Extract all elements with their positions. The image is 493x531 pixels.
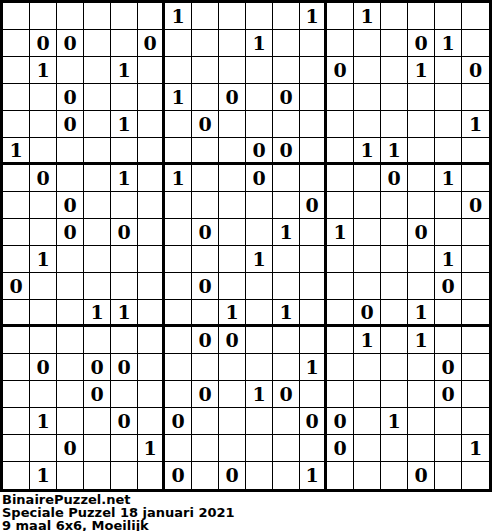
cell-r10c10-empty[interactable] xyxy=(273,273,300,300)
cell-r7c0-empty[interactable] xyxy=(3,192,30,219)
cell-r11c3-given: 1 xyxy=(84,300,111,327)
cell-r1c13-empty[interactable] xyxy=(354,30,381,57)
cell-r0c1-empty[interactable] xyxy=(30,3,57,30)
cell-r10c1-empty[interactable] xyxy=(30,273,57,300)
cell-r13c0-empty[interactable] xyxy=(3,354,30,381)
cell-r12c1-empty[interactable] xyxy=(30,327,57,354)
cell-r10c11-empty[interactable] xyxy=(300,273,327,300)
cell-r14c14-empty[interactable] xyxy=(381,381,408,408)
cell-r16c16-empty[interactable] xyxy=(435,435,462,462)
cell-r16c2-given: 0 xyxy=(57,435,84,462)
cell-r15c9-empty[interactable] xyxy=(246,408,273,435)
cell-r14c5-empty[interactable] xyxy=(138,381,165,408)
cell-r1c11-empty[interactable] xyxy=(300,30,327,57)
cell-r15c15-empty[interactable] xyxy=(408,408,435,435)
cell-r1c9-given: 1 xyxy=(246,30,273,57)
cell-r13c8-empty[interactable] xyxy=(219,354,246,381)
cell-r5c1-empty[interactable] xyxy=(30,138,57,165)
cell-r9c15-empty[interactable] xyxy=(408,246,435,273)
cell-r3c12-empty[interactable] xyxy=(327,84,354,111)
cell-r8c9-empty[interactable] xyxy=(246,219,273,246)
cell-r7c10-empty[interactable] xyxy=(273,192,300,219)
cell-r7c12-empty[interactable] xyxy=(327,192,354,219)
cell-r9c0-empty[interactable] xyxy=(3,246,30,273)
cell-r11c16-empty[interactable] xyxy=(435,300,462,327)
cell-r9c13-empty[interactable] xyxy=(354,246,381,273)
cell-r11c12-empty[interactable] xyxy=(327,300,354,327)
cell-r7c4-empty[interactable] xyxy=(111,192,138,219)
cell-r17c17-empty[interactable] xyxy=(462,462,489,489)
cell-r6c0-empty[interactable] xyxy=(3,165,30,192)
cell-r7c9-empty[interactable] xyxy=(246,192,273,219)
cell-r14c11-empty[interactable] xyxy=(300,381,327,408)
cell-r13c3-given: 0 xyxy=(84,354,111,381)
cell-r11c0-empty[interactable] xyxy=(3,300,30,327)
cell-r17c15-given: 0 xyxy=(408,462,435,489)
cell-r17c9-empty[interactable] xyxy=(246,462,273,489)
cell-r11c7-empty[interactable] xyxy=(192,300,219,327)
cell-r5c16-empty[interactable] xyxy=(435,138,462,165)
cell-r16c13-empty[interactable] xyxy=(354,435,381,462)
cell-r10c12-empty[interactable] xyxy=(327,273,354,300)
cell-r5c6-empty[interactable] xyxy=(165,138,192,165)
cell-r11c2-empty[interactable] xyxy=(57,300,84,327)
cell-r16c6-empty[interactable] xyxy=(165,435,192,462)
cell-r13c17-empty[interactable] xyxy=(462,354,489,381)
cell-r13c14-empty[interactable] xyxy=(381,354,408,381)
cell-r5c7-empty[interactable] xyxy=(192,138,219,165)
cell-r6c3-empty[interactable] xyxy=(84,165,111,192)
cell-r5c5-empty[interactable] xyxy=(138,138,165,165)
cell-r8c2-given: 0 xyxy=(57,219,84,246)
cell-r8c14-empty[interactable] xyxy=(381,219,408,246)
cell-r4c11-empty[interactable] xyxy=(300,111,327,138)
cell-r0c4-empty[interactable] xyxy=(111,3,138,30)
cell-r15c16-empty[interactable] xyxy=(435,408,462,435)
cell-r14c16-given: 0 xyxy=(435,381,462,408)
cell-r17c14-empty[interactable] xyxy=(381,462,408,489)
cell-r16c9-empty[interactable] xyxy=(246,435,273,462)
cell-r17c11-given: 1 xyxy=(300,462,327,489)
cell-r11c15-given: 1 xyxy=(408,300,435,327)
cell-r16c5-given: 1 xyxy=(138,435,165,462)
cell-r17c10-empty[interactable] xyxy=(273,462,300,489)
cell-r14c1-empty[interactable] xyxy=(30,381,57,408)
cell-r16c3-empty[interactable] xyxy=(84,435,111,462)
cell-r3c14-empty[interactable] xyxy=(381,84,408,111)
cell-r10c4-empty[interactable] xyxy=(111,273,138,300)
cell-r3c2-given: 0 xyxy=(57,84,84,111)
cell-r8c17-empty[interactable] xyxy=(462,219,489,246)
cell-r14c12-empty[interactable] xyxy=(327,381,354,408)
cell-r16c0-empty[interactable] xyxy=(3,435,30,462)
cell-r1c12-empty[interactable] xyxy=(327,30,354,57)
cell-r8c8-empty[interactable] xyxy=(219,219,246,246)
cell-r0c15-empty[interactable] xyxy=(408,3,435,30)
cell-r14c2-empty[interactable] xyxy=(57,381,84,408)
cell-r15c11-given: 0 xyxy=(300,408,327,435)
cell-r4c1-empty[interactable] xyxy=(30,111,57,138)
cell-r9c16-given: 1 xyxy=(435,246,462,273)
cell-r6c14-given: 0 xyxy=(381,165,408,192)
cell-r12c14-empty[interactable] xyxy=(381,327,408,354)
cell-r10c15-empty[interactable] xyxy=(408,273,435,300)
cell-r7c15-empty[interactable] xyxy=(408,192,435,219)
cell-r2c7-empty[interactable] xyxy=(192,57,219,84)
cell-r7c14-empty[interactable] xyxy=(381,192,408,219)
cell-r5c8-empty[interactable] xyxy=(219,138,246,165)
cell-r15c5-empty[interactable] xyxy=(138,408,165,435)
cell-r2c10-empty[interactable] xyxy=(273,57,300,84)
cell-r11c17-empty[interactable] xyxy=(462,300,489,327)
puzzle-caption: BinairePuzzel.net Speciale Puzzel 18 jan… xyxy=(2,493,493,531)
cell-r6c13-empty[interactable] xyxy=(354,165,381,192)
cell-r7c2-given: 0 xyxy=(57,192,84,219)
cell-r12c5-empty[interactable] xyxy=(138,327,165,354)
cell-r13c2-empty[interactable] xyxy=(57,354,84,381)
cell-r1c2-given: 0 xyxy=(57,30,84,57)
cell-r15c4-given: 0 xyxy=(111,408,138,435)
cell-r14c4-empty[interactable] xyxy=(111,381,138,408)
cell-r7c1-empty[interactable] xyxy=(30,192,57,219)
cell-r3c16-empty[interactable] xyxy=(435,84,462,111)
cell-r16c10-empty[interactable] xyxy=(273,435,300,462)
cell-r17c3-empty[interactable] xyxy=(84,462,111,489)
cell-r1c17-empty[interactable] xyxy=(462,30,489,57)
cell-r11c13-given: 0 xyxy=(354,300,381,327)
cell-r4c0-empty[interactable] xyxy=(3,111,30,138)
cell-r0c7-empty[interactable] xyxy=(192,3,219,30)
cell-r14c0-empty[interactable] xyxy=(3,381,30,408)
cell-r5c2-empty[interactable] xyxy=(57,138,84,165)
cell-r16c4-empty[interactable] xyxy=(111,435,138,462)
cell-r0c14-empty[interactable] xyxy=(381,3,408,30)
cell-r12c17-empty[interactable] xyxy=(462,327,489,354)
cell-r9c5-empty[interactable] xyxy=(138,246,165,273)
cell-r3c8-given: 0 xyxy=(219,84,246,111)
cell-r15c10-empty[interactable] xyxy=(273,408,300,435)
cell-r4c15-empty[interactable] xyxy=(408,111,435,138)
cell-r16c7-empty[interactable] xyxy=(192,435,219,462)
cell-r3c5-empty[interactable] xyxy=(138,84,165,111)
cell-r14c15-empty[interactable] xyxy=(408,381,435,408)
cell-r10c5-empty[interactable] xyxy=(138,273,165,300)
cell-r9c3-empty[interactable] xyxy=(84,246,111,273)
cell-r12c8-given: 0 xyxy=(219,327,246,354)
cell-r16c15-empty[interactable] xyxy=(408,435,435,462)
cell-r2c15-given: 1 xyxy=(408,57,435,84)
cell-r6c6-given: 1 xyxy=(165,165,192,192)
cell-r4c2-given: 0 xyxy=(57,111,84,138)
cell-r11c14-empty[interactable] xyxy=(381,300,408,327)
cell-r10c6-empty[interactable] xyxy=(165,273,192,300)
cell-r1c5-given: 0 xyxy=(138,30,165,57)
cell-r6c7-empty[interactable] xyxy=(192,165,219,192)
cell-r6c10-empty[interactable] xyxy=(273,165,300,192)
cell-r12c15-given: 1 xyxy=(408,327,435,354)
cell-r1c7-empty[interactable] xyxy=(192,30,219,57)
cell-r11c6-empty[interactable] xyxy=(165,300,192,327)
cell-r11c9-empty[interactable] xyxy=(246,300,273,327)
cell-r3c13-empty[interactable] xyxy=(354,84,381,111)
cell-r2c9-empty[interactable] xyxy=(246,57,273,84)
cell-r15c2-empty[interactable] xyxy=(57,408,84,435)
cell-r7c13-empty[interactable] xyxy=(354,192,381,219)
cell-r17c12-empty[interactable] xyxy=(327,462,354,489)
cell-r1c14-empty[interactable] xyxy=(381,30,408,57)
cell-r15c17-empty[interactable] xyxy=(462,408,489,435)
cell-r6c12-empty[interactable] xyxy=(327,165,354,192)
cell-r4c12-empty[interactable] xyxy=(327,111,354,138)
cell-r0c2-empty[interactable] xyxy=(57,3,84,30)
cell-r10c17-empty[interactable] xyxy=(462,273,489,300)
cell-r13c9-empty[interactable] xyxy=(246,354,273,381)
cell-r8c5-empty[interactable] xyxy=(138,219,165,246)
cell-r0c12-empty[interactable] xyxy=(327,3,354,30)
cell-r12c11-empty[interactable] xyxy=(300,327,327,354)
cell-r6c1-given: 0 xyxy=(30,165,57,192)
cell-r11c5-empty[interactable] xyxy=(138,300,165,327)
cell-r9c8-empty[interactable] xyxy=(219,246,246,273)
cell-r4c17-given: 1 xyxy=(462,111,489,138)
cell-r14c9-given: 1 xyxy=(246,381,273,408)
cell-r2c1-given: 1 xyxy=(30,57,57,84)
cell-r2c8-empty[interactable] xyxy=(219,57,246,84)
cell-r10c16-given: 0 xyxy=(435,273,462,300)
cell-r13c16-given: 0 xyxy=(435,354,462,381)
cell-r12c7-given: 0 xyxy=(192,327,219,354)
cell-r13c7-empty[interactable] xyxy=(192,354,219,381)
cell-r5c10-given: 0 xyxy=(273,138,300,165)
cell-r2c6-empty[interactable] xyxy=(165,57,192,84)
cell-r10c13-empty[interactable] xyxy=(354,273,381,300)
cell-r6c5-empty[interactable] xyxy=(138,165,165,192)
cell-r6c4-given: 1 xyxy=(111,165,138,192)
cell-r12c9-empty[interactable] xyxy=(246,327,273,354)
cell-r12c6-empty[interactable] xyxy=(165,327,192,354)
cell-r11c10-given: 1 xyxy=(273,300,300,327)
cell-r11c4-given: 1 xyxy=(111,300,138,327)
cell-r3c10-given: 0 xyxy=(273,84,300,111)
cell-r15c13-empty[interactable] xyxy=(354,408,381,435)
cell-r4c3-empty[interactable] xyxy=(84,111,111,138)
cell-r14c6-empty[interactable] xyxy=(165,381,192,408)
cell-r2c5-empty[interactable] xyxy=(138,57,165,84)
cell-r7c3-empty[interactable] xyxy=(84,192,111,219)
cell-r11c8-given: 1 xyxy=(219,300,246,327)
cell-r9c10-empty[interactable] xyxy=(273,246,300,273)
cell-r8c6-empty[interactable] xyxy=(165,219,192,246)
cell-r16c17-given: 1 xyxy=(462,435,489,462)
cell-r17c16-empty[interactable] xyxy=(435,462,462,489)
cell-r13c10-empty[interactable] xyxy=(273,354,300,381)
cell-r6c11-empty[interactable] xyxy=(300,165,327,192)
cell-r2c12-given: 0 xyxy=(327,57,354,84)
cell-r13c12-empty[interactable] xyxy=(327,354,354,381)
cell-r17c7-empty[interactable] xyxy=(192,462,219,489)
cell-r16c11-empty[interactable] xyxy=(300,435,327,462)
cell-r1c4-empty[interactable] xyxy=(111,30,138,57)
cell-r5c15-empty[interactable] xyxy=(408,138,435,165)
cell-r4c16-empty[interactable] xyxy=(435,111,462,138)
cell-r3c9-empty[interactable] xyxy=(246,84,273,111)
cell-r0c0-empty[interactable] xyxy=(3,3,30,30)
cell-r10c9-empty[interactable] xyxy=(246,273,273,300)
cell-r5c17-empty[interactable] xyxy=(462,138,489,165)
cell-r17c13-empty[interactable] xyxy=(354,462,381,489)
cell-r8c0-empty[interactable] xyxy=(3,219,30,246)
cell-r9c17-empty[interactable] xyxy=(462,246,489,273)
cell-r7c8-empty[interactable] xyxy=(219,192,246,219)
cell-r4c9-empty[interactable] xyxy=(246,111,273,138)
cell-r17c0-empty[interactable] xyxy=(3,462,30,489)
cell-r2c11-empty[interactable] xyxy=(300,57,327,84)
cell-r15c7-empty[interactable] xyxy=(192,408,219,435)
cell-r12c4-empty[interactable] xyxy=(111,327,138,354)
cell-r7c7-empty[interactable] xyxy=(192,192,219,219)
cell-r10c2-empty[interactable] xyxy=(57,273,84,300)
cell-r17c5-empty[interactable] xyxy=(138,462,165,489)
cell-r8c3-empty[interactable] xyxy=(84,219,111,246)
cell-r4c14-empty[interactable] xyxy=(381,111,408,138)
cell-r5c4-empty[interactable] xyxy=(111,138,138,165)
cell-r9c4-empty[interactable] xyxy=(111,246,138,273)
cell-r0c5-empty[interactable] xyxy=(138,3,165,30)
cell-r7c16-empty[interactable] xyxy=(435,192,462,219)
cell-r2c16-empty[interactable] xyxy=(435,57,462,84)
cell-r3c3-empty[interactable] xyxy=(84,84,111,111)
cell-r4c10-empty[interactable] xyxy=(273,111,300,138)
cell-r0c9-empty[interactable] xyxy=(246,3,273,30)
cell-r13c4-given: 0 xyxy=(111,354,138,381)
cell-r6c15-empty[interactable] xyxy=(408,165,435,192)
cell-r17c2-empty[interactable] xyxy=(57,462,84,489)
cell-r7c5-empty[interactable] xyxy=(138,192,165,219)
cell-r1c10-empty[interactable] xyxy=(273,30,300,57)
cell-r13c1-given: 0 xyxy=(30,354,57,381)
cell-r7c6-empty[interactable] xyxy=(165,192,192,219)
cell-r9c6-empty[interactable] xyxy=(165,246,192,273)
cell-r15c0-empty[interactable] xyxy=(3,408,30,435)
cell-r17c4-empty[interactable] xyxy=(111,462,138,489)
cell-r12c3-empty[interactable] xyxy=(84,327,111,354)
cell-r13c15-empty[interactable] xyxy=(408,354,435,381)
cell-r14c13-empty[interactable] xyxy=(354,381,381,408)
cell-r12c0-empty[interactable] xyxy=(3,327,30,354)
cell-r5c14-given: 1 xyxy=(381,138,408,165)
cell-r5c12-empty[interactable] xyxy=(327,138,354,165)
cell-r4c5-empty[interactable] xyxy=(138,111,165,138)
cell-r14c3-given: 0 xyxy=(84,381,111,408)
cell-r16c8-empty[interactable] xyxy=(219,435,246,462)
cell-r12c10-empty[interactable] xyxy=(273,327,300,354)
cell-r13c13-empty[interactable] xyxy=(354,354,381,381)
cell-r2c13-empty[interactable] xyxy=(354,57,381,84)
cell-r6c8-empty[interactable] xyxy=(219,165,246,192)
cell-r5c13-given: 1 xyxy=(354,138,381,165)
cell-r0c16-empty[interactable] xyxy=(435,3,462,30)
cell-r6c9-given: 0 xyxy=(246,165,273,192)
cell-r16c14-empty[interactable] xyxy=(381,435,408,462)
cell-r1c8-empty[interactable] xyxy=(219,30,246,57)
cell-r2c2-empty[interactable] xyxy=(57,57,84,84)
cell-r4c8-empty[interactable] xyxy=(219,111,246,138)
cell-r2c0-empty[interactable] xyxy=(3,57,30,84)
cell-r0c17-empty[interactable] xyxy=(462,3,489,30)
cell-r7c17-given: 0 xyxy=(462,192,489,219)
cell-r8c11-empty[interactable] xyxy=(300,219,327,246)
cell-r2c3-empty[interactable] xyxy=(84,57,111,84)
cell-r12c2-empty[interactable] xyxy=(57,327,84,354)
cell-r4c4-given: 1 xyxy=(111,111,138,138)
cell-r6c17-empty[interactable] xyxy=(462,165,489,192)
cell-r8c1-empty[interactable] xyxy=(30,219,57,246)
cell-r15c8-empty[interactable] xyxy=(219,408,246,435)
cell-r12c12-empty[interactable] xyxy=(327,327,354,354)
cell-r8c16-empty[interactable] xyxy=(435,219,462,246)
cell-r9c1-given: 1 xyxy=(30,246,57,273)
cell-r15c6-given: 0 xyxy=(165,408,192,435)
cell-r10c14-empty[interactable] xyxy=(381,273,408,300)
cell-r2c14-empty[interactable] xyxy=(381,57,408,84)
cell-r4c13-empty[interactable] xyxy=(354,111,381,138)
cell-r7c11-given: 0 xyxy=(300,192,327,219)
cell-r13c6-empty[interactable] xyxy=(165,354,192,381)
cell-r15c3-empty[interactable] xyxy=(84,408,111,435)
cell-r3c4-empty[interactable] xyxy=(111,84,138,111)
cell-r1c6-empty[interactable] xyxy=(165,30,192,57)
cell-r3c7-empty[interactable] xyxy=(192,84,219,111)
cell-r3c1-empty[interactable] xyxy=(30,84,57,111)
cell-r10c8-empty[interactable] xyxy=(219,273,246,300)
cell-r8c10-given: 1 xyxy=(273,219,300,246)
cell-r3c11-empty[interactable] xyxy=(300,84,327,111)
cell-r9c2-empty[interactable] xyxy=(57,246,84,273)
cell-r12c16-empty[interactable] xyxy=(435,327,462,354)
cell-r9c7-empty[interactable] xyxy=(192,246,219,273)
cell-r6c2-empty[interactable] xyxy=(57,165,84,192)
cell-r3c17-empty[interactable] xyxy=(462,84,489,111)
cell-r8c13-empty[interactable] xyxy=(354,219,381,246)
cell-r17c8-given: 0 xyxy=(219,462,246,489)
cell-r11c11-empty[interactable] xyxy=(300,300,327,327)
cell-r14c8-empty[interactable] xyxy=(219,381,246,408)
cell-r3c15-empty[interactable] xyxy=(408,84,435,111)
cell-r9c12-empty[interactable] xyxy=(327,246,354,273)
cell-r0c8-empty[interactable] xyxy=(219,3,246,30)
cell-r3c0-empty[interactable] xyxy=(3,84,30,111)
cell-r15c12-given: 0 xyxy=(327,408,354,435)
cell-r14c17-empty[interactable] xyxy=(462,381,489,408)
cell-r9c11-empty[interactable] xyxy=(300,246,327,273)
cell-r5c3-empty[interactable] xyxy=(84,138,111,165)
cell-r9c14-empty[interactable] xyxy=(381,246,408,273)
cell-r0c10-empty[interactable] xyxy=(273,3,300,30)
puzzle-board: 1110001011101001000101100110110010000001… xyxy=(0,0,492,492)
cell-r11c1-empty[interactable] xyxy=(30,300,57,327)
cell-r8c12-given: 1 xyxy=(327,219,354,246)
cell-r9c9-given: 1 xyxy=(246,246,273,273)
cell-r5c11-empty[interactable] xyxy=(300,138,327,165)
cell-r13c5-empty[interactable] xyxy=(138,354,165,381)
cell-r4c6-empty[interactable] xyxy=(165,111,192,138)
cell-r1c0-empty[interactable] xyxy=(3,30,30,57)
cell-r1c3-empty[interactable] xyxy=(84,30,111,57)
cell-r10c3-empty[interactable] xyxy=(84,273,111,300)
cell-r16c1-empty[interactable] xyxy=(30,435,57,462)
cell-r0c3-empty[interactable] xyxy=(84,3,111,30)
cell-r14c10-given: 0 xyxy=(273,381,300,408)
